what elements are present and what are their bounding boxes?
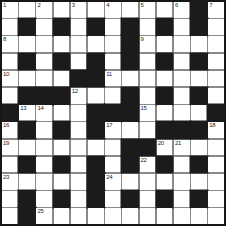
black-cell bbox=[122, 157, 138, 173]
black-cell bbox=[174, 122, 190, 138]
black-cell bbox=[88, 105, 104, 121]
white-cell[interactable]: 15 bbox=[140, 105, 156, 121]
white-cell[interactable] bbox=[122, 122, 138, 138]
white-cell[interactable] bbox=[54, 140, 70, 156]
white-cell[interactable]: 11 bbox=[105, 71, 121, 87]
black-cell bbox=[19, 157, 35, 173]
white-cell[interactable]: 3 bbox=[71, 2, 87, 18]
white-cell[interactable] bbox=[71, 105, 87, 121]
white-cell[interactable] bbox=[191, 140, 207, 156]
clue-number: 3 bbox=[72, 2, 75, 9]
black-cell bbox=[88, 54, 104, 70]
black-cell bbox=[191, 157, 207, 173]
white-cell[interactable]: 10 bbox=[2, 71, 18, 87]
white-cell[interactable] bbox=[54, 36, 70, 52]
black-cell bbox=[88, 19, 104, 35]
white-cell[interactable] bbox=[191, 36, 207, 52]
black-cell bbox=[54, 191, 70, 207]
black-cell bbox=[122, 191, 138, 207]
white-cell[interactable] bbox=[140, 88, 156, 104]
white-cell[interactable] bbox=[2, 19, 18, 35]
black-cell bbox=[157, 157, 173, 173]
clue-number: 15 bbox=[141, 105, 147, 112]
clue-number: 13 bbox=[20, 105, 26, 112]
black-cell bbox=[19, 19, 35, 35]
white-cell[interactable] bbox=[191, 71, 207, 87]
white-cell[interactable] bbox=[140, 174, 156, 190]
white-cell[interactable]: 25 bbox=[36, 208, 52, 224]
white-cell[interactable] bbox=[19, 140, 35, 156]
white-cell[interactable] bbox=[208, 174, 224, 190]
black-cell bbox=[122, 88, 138, 104]
white-cell[interactable]: 22 bbox=[140, 157, 156, 173]
black-cell bbox=[54, 88, 70, 104]
white-cell[interactable] bbox=[19, 36, 35, 52]
black-cell bbox=[208, 105, 224, 121]
white-cell[interactable] bbox=[174, 208, 190, 224]
black-cell bbox=[157, 122, 173, 138]
clue-number: 9 bbox=[141, 36, 144, 43]
white-cell[interactable] bbox=[54, 105, 70, 121]
white-cell[interactable] bbox=[105, 88, 121, 104]
black-cell bbox=[88, 122, 104, 138]
clue-number: 1 bbox=[3, 2, 6, 9]
clue-number: 18 bbox=[209, 122, 215, 129]
white-cell[interactable] bbox=[157, 208, 173, 224]
white-cell[interactable]: 4 bbox=[105, 2, 121, 18]
black-cell bbox=[157, 54, 173, 70]
white-cell[interactable]: 6 bbox=[174, 2, 190, 18]
white-cell[interactable] bbox=[174, 174, 190, 190]
black-cell bbox=[122, 36, 138, 52]
white-cell[interactable] bbox=[208, 140, 224, 156]
white-cell[interactable] bbox=[208, 54, 224, 70]
black-cell bbox=[2, 105, 18, 121]
white-cell[interactable] bbox=[174, 71, 190, 87]
white-cell[interactable] bbox=[208, 88, 224, 104]
black-cell bbox=[157, 88, 173, 104]
white-cell[interactable] bbox=[191, 105, 207, 121]
white-cell[interactable] bbox=[88, 140, 104, 156]
white-cell[interactable] bbox=[2, 191, 18, 207]
white-cell[interactable]: 19 bbox=[2, 140, 18, 156]
white-cell[interactable] bbox=[36, 54, 52, 70]
white-cell[interactable] bbox=[36, 191, 52, 207]
white-cell[interactable] bbox=[208, 191, 224, 207]
white-cell[interactable] bbox=[36, 157, 52, 173]
white-cell[interactable] bbox=[2, 54, 18, 70]
white-cell[interactable] bbox=[105, 140, 121, 156]
black-cell bbox=[88, 71, 104, 87]
black-cell bbox=[140, 140, 156, 156]
white-cell[interactable] bbox=[54, 71, 70, 87]
black-cell bbox=[122, 19, 138, 35]
crossword-grid: 1234567891011121314151617181920212223242… bbox=[0, 0, 226, 226]
clue-number: 21 bbox=[175, 140, 181, 147]
clue-number: 24 bbox=[106, 174, 112, 181]
clue-number: 12 bbox=[72, 88, 78, 95]
clue-number: 23 bbox=[3, 174, 9, 181]
white-cell[interactable] bbox=[88, 2, 104, 18]
white-cell[interactable]: 20 bbox=[157, 140, 173, 156]
black-cell bbox=[191, 2, 207, 18]
black-cell bbox=[54, 122, 70, 138]
black-cell bbox=[191, 122, 207, 138]
white-cell[interactable] bbox=[157, 105, 173, 121]
white-cell[interactable] bbox=[208, 157, 224, 173]
white-cell[interactable] bbox=[36, 174, 52, 190]
clue-number: 5 bbox=[141, 2, 144, 9]
white-cell[interactable] bbox=[71, 36, 87, 52]
black-cell bbox=[191, 88, 207, 104]
white-cell[interactable] bbox=[157, 71, 173, 87]
black-cell bbox=[19, 88, 35, 104]
white-cell[interactable]: 13 bbox=[19, 105, 35, 121]
white-cell[interactable] bbox=[140, 122, 156, 138]
white-cell[interactable] bbox=[71, 54, 87, 70]
clue-number: 4 bbox=[106, 2, 109, 9]
white-cell[interactable] bbox=[140, 71, 156, 87]
white-cell[interactable] bbox=[122, 71, 138, 87]
white-cell[interactable] bbox=[19, 71, 35, 87]
white-cell[interactable]: 12 bbox=[71, 88, 87, 104]
clue-number: 17 bbox=[106, 122, 112, 129]
clue-number: 7 bbox=[209, 2, 212, 9]
white-cell[interactable] bbox=[122, 174, 138, 190]
white-cell[interactable]: 9 bbox=[140, 36, 156, 52]
white-cell[interactable] bbox=[208, 19, 224, 35]
clue-number: 2 bbox=[37, 2, 40, 9]
clue-number: 10 bbox=[3, 71, 9, 78]
white-cell[interactable] bbox=[54, 174, 70, 190]
white-cell[interactable] bbox=[191, 174, 207, 190]
white-cell[interactable]: 24 bbox=[105, 174, 121, 190]
white-cell[interactable] bbox=[105, 208, 121, 224]
white-cell[interactable] bbox=[71, 19, 87, 35]
white-cell[interactable]: 1 bbox=[2, 2, 18, 18]
clue-number: 14 bbox=[37, 105, 43, 112]
clue-number: 25 bbox=[37, 208, 43, 215]
white-cell[interactable] bbox=[191, 208, 207, 224]
white-cell[interactable] bbox=[105, 157, 121, 173]
black-cell bbox=[19, 208, 35, 224]
white-cell[interactable] bbox=[174, 105, 190, 121]
white-cell[interactable] bbox=[88, 36, 104, 52]
black-cell bbox=[19, 191, 35, 207]
white-cell[interactable] bbox=[157, 174, 173, 190]
black-cell bbox=[54, 54, 70, 70]
clue-number: 6 bbox=[175, 2, 178, 9]
black-cell bbox=[54, 157, 70, 173]
black-cell bbox=[191, 54, 207, 70]
white-cell[interactable] bbox=[36, 19, 52, 35]
white-cell[interactable] bbox=[88, 208, 104, 224]
white-cell[interactable] bbox=[174, 157, 190, 173]
clue-number: 20 bbox=[158, 140, 164, 147]
white-cell[interactable]: 2 bbox=[36, 2, 52, 18]
black-cell bbox=[88, 157, 104, 173]
white-cell[interactable]: 7 bbox=[208, 2, 224, 18]
white-cell[interactable] bbox=[19, 2, 35, 18]
white-cell[interactable]: 14 bbox=[36, 105, 52, 121]
white-cell[interactable] bbox=[54, 2, 70, 18]
black-cell bbox=[88, 174, 104, 190]
white-cell[interactable] bbox=[54, 208, 70, 224]
clue-number: 19 bbox=[3, 140, 9, 147]
white-cell[interactable] bbox=[122, 208, 138, 224]
clue-number: 8 bbox=[3, 36, 6, 43]
white-cell[interactable] bbox=[174, 19, 190, 35]
white-cell[interactable] bbox=[174, 191, 190, 207]
white-cell[interactable] bbox=[174, 88, 190, 104]
white-cell[interactable] bbox=[208, 71, 224, 87]
white-cell[interactable] bbox=[2, 157, 18, 173]
black-cell bbox=[157, 191, 173, 207]
white-cell[interactable] bbox=[88, 88, 104, 104]
white-cell[interactable] bbox=[105, 19, 121, 35]
white-cell[interactable] bbox=[105, 36, 121, 52]
white-cell[interactable] bbox=[71, 174, 87, 190]
white-cell[interactable]: 16 bbox=[2, 122, 18, 138]
white-cell[interactable] bbox=[71, 140, 87, 156]
black-cell bbox=[36, 88, 52, 104]
black-cell bbox=[71, 71, 87, 87]
white-cell[interactable] bbox=[208, 36, 224, 52]
black-cell bbox=[122, 54, 138, 70]
black-cell bbox=[88, 191, 104, 207]
black-cell bbox=[191, 19, 207, 35]
white-cell[interactable] bbox=[122, 2, 138, 18]
white-cell[interactable] bbox=[105, 191, 121, 207]
black-cell bbox=[122, 140, 138, 156]
white-cell[interactable] bbox=[2, 88, 18, 104]
black-cell bbox=[19, 54, 35, 70]
white-cell[interactable] bbox=[36, 71, 52, 87]
white-cell[interactable] bbox=[174, 36, 190, 52]
white-cell[interactable] bbox=[71, 122, 87, 138]
clue-number: 22 bbox=[141, 157, 147, 164]
white-cell[interactable] bbox=[2, 208, 18, 224]
white-cell[interactable] bbox=[157, 36, 173, 52]
white-cell[interactable]: 23 bbox=[2, 174, 18, 190]
white-cell[interactable]: 18 bbox=[208, 122, 224, 138]
white-cell[interactable] bbox=[140, 208, 156, 224]
white-cell[interactable] bbox=[36, 122, 52, 138]
white-cell[interactable] bbox=[208, 208, 224, 224]
white-cell[interactable] bbox=[105, 54, 121, 70]
white-cell[interactable] bbox=[36, 140, 52, 156]
white-cell[interactable]: 8 bbox=[2, 36, 18, 52]
white-cell[interactable] bbox=[71, 191, 87, 207]
white-cell[interactable]: 5 bbox=[140, 2, 156, 18]
white-cell[interactable] bbox=[19, 174, 35, 190]
white-cell[interactable] bbox=[140, 191, 156, 207]
black-cell bbox=[122, 105, 138, 121]
white-cell[interactable] bbox=[174, 54, 190, 70]
white-cell[interactable]: 21 bbox=[174, 140, 190, 156]
black-cell bbox=[19, 122, 35, 138]
white-cell[interactable] bbox=[71, 208, 87, 224]
black-cell bbox=[191, 191, 207, 207]
white-cell[interactable] bbox=[157, 2, 173, 18]
white-cell[interactable]: 17 bbox=[105, 122, 121, 138]
clue-number: 16 bbox=[3, 122, 9, 129]
black-cell bbox=[105, 105, 121, 121]
black-cell bbox=[54, 19, 70, 35]
white-cell[interactable] bbox=[140, 19, 156, 35]
white-cell[interactable] bbox=[140, 54, 156, 70]
white-cell[interactable] bbox=[71, 157, 87, 173]
black-cell bbox=[157, 19, 173, 35]
white-cell[interactable] bbox=[36, 36, 52, 52]
clue-number: 11 bbox=[106, 71, 112, 78]
